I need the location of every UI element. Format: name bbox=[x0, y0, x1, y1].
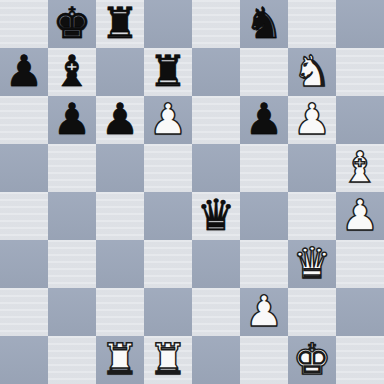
square-h7[interactable] bbox=[336, 48, 384, 96]
square-e1[interactable] bbox=[192, 336, 240, 384]
square-h6[interactable] bbox=[336, 96, 384, 144]
square-a4[interactable] bbox=[0, 192, 48, 240]
piece-white-rook[interactable]: ♜ bbox=[149, 338, 188, 381]
square-g4[interactable] bbox=[288, 192, 336, 240]
square-g8[interactable] bbox=[288, 0, 336, 48]
square-d6[interactable]: ♟ bbox=[144, 96, 192, 144]
square-b7[interactable]: ♝ bbox=[48, 48, 96, 96]
square-g5[interactable] bbox=[288, 144, 336, 192]
square-f2[interactable]: ♟ bbox=[240, 288, 288, 336]
square-a3[interactable] bbox=[0, 240, 48, 288]
square-d2[interactable] bbox=[144, 288, 192, 336]
square-d3[interactable] bbox=[144, 240, 192, 288]
square-e8[interactable] bbox=[192, 0, 240, 48]
piece-black-pawn[interactable]: ♟ bbox=[53, 98, 92, 141]
piece-black-rook[interactable]: ♜ bbox=[101, 2, 140, 45]
square-g3[interactable]: ♛ bbox=[288, 240, 336, 288]
square-g7[interactable]: ♞ bbox=[288, 48, 336, 96]
square-e4[interactable]: ♛ bbox=[192, 192, 240, 240]
square-b6[interactable]: ♟ bbox=[48, 96, 96, 144]
piece-black-king[interactable]: ♚ bbox=[53, 2, 92, 45]
piece-white-pawn[interactable]: ♟ bbox=[149, 98, 188, 141]
square-b8[interactable]: ♚ bbox=[48, 0, 96, 48]
square-h1[interactable] bbox=[336, 336, 384, 384]
square-f7[interactable] bbox=[240, 48, 288, 96]
piece-black-pawn[interactable]: ♟ bbox=[245, 98, 284, 141]
square-h4[interactable]: ♟ bbox=[336, 192, 384, 240]
square-b3[interactable] bbox=[48, 240, 96, 288]
square-c7[interactable] bbox=[96, 48, 144, 96]
square-a1[interactable] bbox=[0, 336, 48, 384]
square-a7[interactable]: ♟ bbox=[0, 48, 48, 96]
piece-white-bishop[interactable]: ♝ bbox=[341, 146, 380, 189]
square-c5[interactable] bbox=[96, 144, 144, 192]
square-e6[interactable] bbox=[192, 96, 240, 144]
square-d4[interactable] bbox=[144, 192, 192, 240]
piece-black-queen[interactable]: ♛ bbox=[197, 194, 236, 237]
piece-white-pawn[interactable]: ♟ bbox=[293, 98, 332, 141]
square-f8[interactable]: ♞ bbox=[240, 0, 288, 48]
square-d8[interactable] bbox=[144, 0, 192, 48]
square-h3[interactable] bbox=[336, 240, 384, 288]
piece-black-pawn[interactable]: ♟ bbox=[5, 50, 44, 93]
square-g1[interactable]: ♚ bbox=[288, 336, 336, 384]
square-c2[interactable] bbox=[96, 288, 144, 336]
square-d1[interactable]: ♜ bbox=[144, 336, 192, 384]
piece-black-bishop[interactable]: ♝ bbox=[53, 50, 92, 93]
piece-white-rook[interactable]: ♜ bbox=[101, 338, 140, 381]
square-b5[interactable] bbox=[48, 144, 96, 192]
square-h8[interactable] bbox=[336, 0, 384, 48]
square-a8[interactable] bbox=[0, 0, 48, 48]
square-d7[interactable]: ♜ bbox=[144, 48, 192, 96]
square-f5[interactable] bbox=[240, 144, 288, 192]
square-a5[interactable] bbox=[0, 144, 48, 192]
square-e5[interactable] bbox=[192, 144, 240, 192]
square-c1[interactable]: ♜ bbox=[96, 336, 144, 384]
square-g6[interactable]: ♟ bbox=[288, 96, 336, 144]
piece-white-knight[interactable]: ♞ bbox=[293, 50, 332, 93]
piece-black-knight[interactable]: ♞ bbox=[245, 2, 284, 45]
square-b4[interactable] bbox=[48, 192, 96, 240]
square-b2[interactable] bbox=[48, 288, 96, 336]
square-a6[interactable] bbox=[0, 96, 48, 144]
square-d5[interactable] bbox=[144, 144, 192, 192]
chess-board: ♚♜♞♟♝♜♞♟♟♟♟♟♝♛♟♛♟♜♜♚ bbox=[0, 0, 384, 384]
square-f4[interactable] bbox=[240, 192, 288, 240]
square-g2[interactable] bbox=[288, 288, 336, 336]
piece-white-king[interactable]: ♚ bbox=[293, 338, 332, 381]
square-a2[interactable] bbox=[0, 288, 48, 336]
square-f1[interactable] bbox=[240, 336, 288, 384]
piece-white-pawn[interactable]: ♟ bbox=[245, 290, 284, 333]
square-h2[interactable] bbox=[336, 288, 384, 336]
square-c6[interactable]: ♟ bbox=[96, 96, 144, 144]
piece-white-queen[interactable]: ♛ bbox=[293, 242, 332, 285]
square-b1[interactable] bbox=[48, 336, 96, 384]
square-c8[interactable]: ♜ bbox=[96, 0, 144, 48]
square-c3[interactable] bbox=[96, 240, 144, 288]
square-c4[interactable] bbox=[96, 192, 144, 240]
square-f3[interactable] bbox=[240, 240, 288, 288]
square-h5[interactable]: ♝ bbox=[336, 144, 384, 192]
square-e7[interactable] bbox=[192, 48, 240, 96]
piece-black-pawn[interactable]: ♟ bbox=[101, 98, 140, 141]
square-e3[interactable] bbox=[192, 240, 240, 288]
square-f6[interactable]: ♟ bbox=[240, 96, 288, 144]
piece-white-pawn[interactable]: ♟ bbox=[341, 194, 380, 237]
piece-black-rook[interactable]: ♜ bbox=[149, 50, 188, 93]
square-e2[interactable] bbox=[192, 288, 240, 336]
